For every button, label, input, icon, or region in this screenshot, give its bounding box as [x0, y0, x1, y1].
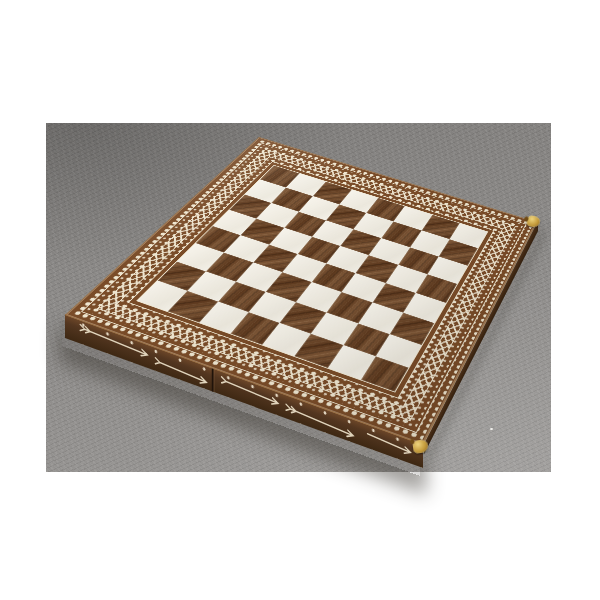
carpet-speck [490, 428, 493, 430]
clasp-hook [412, 439, 429, 454]
brass-clasp-right [526, 215, 541, 228]
photo-canvas [0, 0, 600, 600]
fold-seam [212, 367, 214, 392]
brass-clasp-near [412, 439, 429, 454]
